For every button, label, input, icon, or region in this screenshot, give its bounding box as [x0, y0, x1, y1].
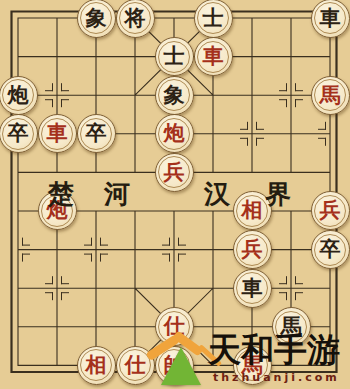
- piece-red-chariot[interactable]: 車: [38, 114, 77, 153]
- piece-glyph: 仕: [164, 315, 185, 336]
- piece-red-soldier[interactable]: 兵: [155, 153, 194, 192]
- piece-red-soldier[interactable]: 兵: [233, 230, 272, 269]
- piece-black-elephant[interactable]: 象: [155, 76, 194, 115]
- piece-glyph: 馬: [242, 354, 263, 375]
- piece-black-soldier[interactable]: 卒: [311, 230, 350, 269]
- piece-black-chariot[interactable]: 車: [311, 0, 350, 38]
- piece-black-advisor[interactable]: 士: [194, 0, 233, 38]
- piece-black-elephant[interactable]: 象: [77, 0, 116, 38]
- river-label: 楚: [44, 177, 78, 212]
- piece-glyph: 兵: [164, 161, 185, 182]
- piece-glyph: 車: [320, 7, 341, 28]
- piece-glyph: 馬: [281, 315, 302, 336]
- piece-glyph: 炮: [8, 84, 29, 105]
- piece-glyph: 炮: [164, 122, 185, 143]
- piece-black-general[interactable]: 将: [116, 0, 155, 38]
- piece-black-advisor[interactable]: 士: [155, 37, 194, 76]
- piece-red-horse[interactable]: 馬: [311, 76, 350, 115]
- piece-glyph: 車: [203, 45, 224, 66]
- piece-glyph: 卒: [86, 122, 107, 143]
- piece-glyph: 仕: [125, 354, 146, 375]
- piece-red-soldier[interactable]: 兵: [311, 191, 350, 230]
- piece-red-cannon[interactable]: 炮: [155, 114, 194, 153]
- piece-black-horse[interactable]: 馬: [272, 307, 311, 346]
- piece-glyph: 象: [86, 7, 107, 28]
- piece-glyph: 将: [125, 7, 146, 28]
- piece-black-chariot[interactable]: 車: [233, 269, 272, 308]
- piece-glyph: 馬: [320, 84, 341, 105]
- river-label: 汉: [200, 177, 234, 212]
- piece-red-horse[interactable]: 馬: [233, 346, 272, 385]
- piece-glyph: 卒: [320, 238, 341, 259]
- piece-red-general[interactable]: 帥: [155, 346, 194, 385]
- piece-black-soldier[interactable]: 卒: [77, 114, 116, 153]
- piece-glyph: 相: [242, 199, 263, 220]
- piece-glyph: 士: [164, 45, 185, 66]
- piece-glyph: 兵: [320, 199, 341, 220]
- piece-glyph: 兵: [242, 238, 263, 259]
- xiangqi-game-screen: 象将士車士車炮象馬卒車卒炮兵炮相兵兵卒車仕馬相仕帥馬 楚河汉界 天和手游 thz…: [0, 0, 350, 389]
- piece-glyph: 象: [164, 84, 185, 105]
- piece-glyph: 相: [86, 354, 107, 375]
- piece-red-advisor[interactable]: 仕: [116, 346, 155, 385]
- piece-glyph: 車: [242, 277, 263, 298]
- piece-red-elephant[interactable]: 相: [77, 346, 116, 385]
- piece-red-chariot[interactable]: 車: [194, 37, 233, 76]
- piece-glyph: 車: [47, 122, 68, 143]
- river-label: 界: [261, 177, 295, 212]
- piece-red-advisor[interactable]: 仕: [155, 307, 194, 346]
- piece-glyph: 士: [203, 7, 224, 28]
- piece-glyph: 帥: [164, 354, 185, 375]
- piece-black-soldier[interactable]: 卒: [0, 114, 38, 153]
- piece-black-cannon[interactable]: 炮: [0, 76, 38, 115]
- river-label: 河: [100, 177, 134, 212]
- piece-glyph: 卒: [8, 122, 29, 143]
